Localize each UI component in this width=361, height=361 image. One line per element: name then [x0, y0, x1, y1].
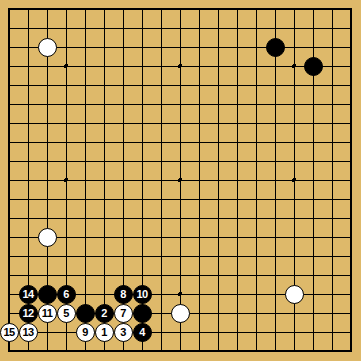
- move-number-label: 15: [3, 327, 14, 338]
- move-number-label: 9: [82, 327, 88, 338]
- move-number-label: 2: [101, 308, 107, 319]
- stone-black-move-14[interactable]: 14: [19, 285, 38, 304]
- stone-white[interactable]: [38, 228, 57, 247]
- stone-white-move-13[interactable]: 13: [19, 323, 38, 342]
- stone-black-move-2[interactable]: 2: [95, 304, 114, 323]
- stone-white-move-9[interactable]: 9: [76, 323, 95, 342]
- move-number-label: 5: [63, 308, 69, 319]
- stone-black-move-6[interactable]: 6: [57, 285, 76, 304]
- stone-black-move-12[interactable]: 12: [19, 304, 38, 323]
- stone-white-move-15[interactable]: 15: [0, 323, 19, 342]
- move-number-label: 7: [120, 308, 126, 319]
- move-number-label: 3: [120, 327, 126, 338]
- stone-black[interactable]: [38, 285, 57, 304]
- stone-black-move-8[interactable]: 8: [114, 285, 133, 304]
- move-number-label: 1: [101, 327, 107, 338]
- stone-black[interactable]: [266, 38, 285, 57]
- stone-white-move-1[interactable]: 1: [95, 323, 114, 342]
- stone-white[interactable]: [38, 38, 57, 57]
- move-number-label: 4: [139, 327, 145, 338]
- stone-white-move-11[interactable]: 11: [38, 304, 57, 323]
- stone-black[interactable]: [133, 304, 152, 323]
- move-number-label: 10: [136, 289, 147, 300]
- stone-white[interactable]: [171, 304, 190, 323]
- stone-black[interactable]: [76, 304, 95, 323]
- stone-white-move-5[interactable]: 5: [57, 304, 76, 323]
- move-number-label: 14: [22, 289, 33, 300]
- move-number-label: 8: [120, 289, 126, 300]
- stone-black-move-4[interactable]: 4: [133, 323, 152, 342]
- move-number-label: 11: [42, 308, 53, 319]
- stones-layer: 123456789101112131415: [0, 0, 361, 361]
- go-board[interactable]: 123456789101112131415: [0, 0, 361, 361]
- stone-white-move-3[interactable]: 3: [114, 323, 133, 342]
- stone-white-move-7[interactable]: 7: [114, 304, 133, 323]
- move-number-label: 12: [22, 308, 33, 319]
- stone-black-move-10[interactable]: 10: [133, 285, 152, 304]
- move-number-label: 13: [22, 327, 33, 338]
- stone-white[interactable]: [285, 285, 304, 304]
- stone-black[interactable]: [304, 57, 323, 76]
- move-number-label: 6: [63, 289, 69, 300]
